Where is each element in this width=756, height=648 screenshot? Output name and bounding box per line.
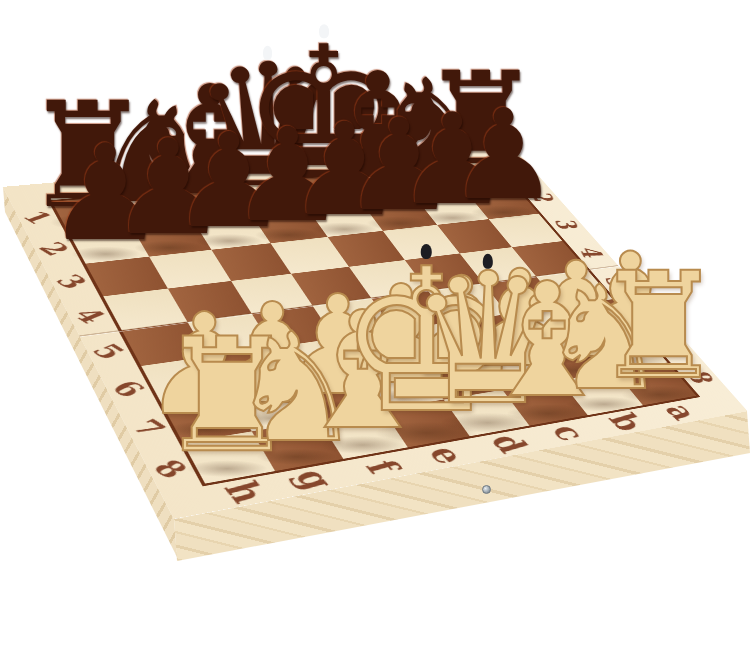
- photo-stage: 1234567812345678hgfedcba ♜♞♝♛♚♝♞♜♟♟♟♟♟♟♟…: [0, 0, 756, 648]
- screw: [482, 485, 491, 494]
- piece-light-rook-a8[interactable]: ♜: [593, 254, 725, 401]
- piece-dark-pawn-a2[interactable]: ♟: [448, 93, 560, 218]
